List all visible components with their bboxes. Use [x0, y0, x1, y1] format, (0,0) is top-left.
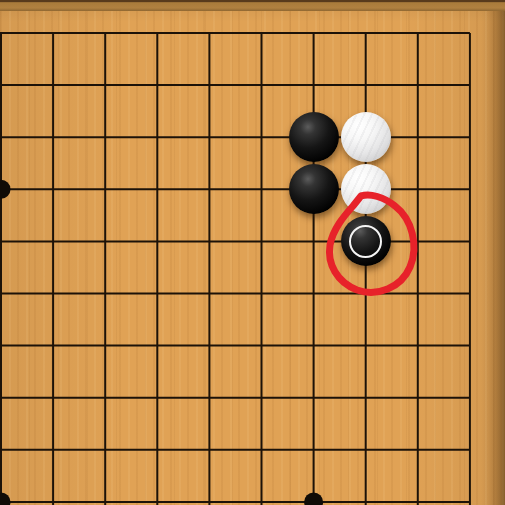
board-top-edge [0, 0, 505, 11]
red-ellipse-path [329, 195, 413, 292]
red-circle-annotation [0, 0, 505, 505]
go-board[interactable] [0, 0, 505, 505]
